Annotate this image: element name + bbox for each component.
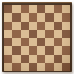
square[interactable] (45, 5, 53, 13)
square[interactable] (45, 55, 53, 63)
square[interactable] (21, 5, 29, 13)
square[interactable] (29, 55, 37, 63)
square[interactable] (37, 63, 45, 71)
square[interactable] (54, 38, 62, 46)
square[interactable] (62, 55, 70, 63)
square[interactable] (54, 13, 62, 21)
square[interactable] (37, 30, 45, 38)
square[interactable] (54, 46, 62, 54)
square[interactable] (12, 55, 20, 63)
square[interactable] (12, 46, 20, 54)
square[interactable] (29, 22, 37, 30)
square[interactable] (54, 5, 62, 13)
square[interactable] (37, 46, 45, 54)
square[interactable] (62, 30, 70, 38)
square[interactable] (29, 46, 37, 54)
square[interactable] (4, 55, 12, 63)
square[interactable] (45, 46, 53, 54)
square[interactable] (45, 22, 53, 30)
square[interactable] (37, 22, 45, 30)
square[interactable] (12, 13, 20, 21)
chessboard (4, 5, 70, 71)
square[interactable] (29, 63, 37, 71)
square[interactable] (12, 63, 20, 71)
square[interactable] (62, 22, 70, 30)
square[interactable] (29, 30, 37, 38)
square[interactable] (21, 55, 29, 63)
square[interactable] (29, 5, 37, 13)
square[interactable] (21, 46, 29, 54)
square[interactable] (4, 5, 12, 13)
square[interactable] (4, 63, 12, 71)
square[interactable] (29, 13, 37, 21)
square[interactable] (37, 13, 45, 21)
square[interactable] (62, 5, 70, 13)
square[interactable] (62, 63, 70, 71)
square[interactable] (45, 38, 53, 46)
square[interactable] (4, 13, 12, 21)
square[interactable] (12, 38, 20, 46)
square[interactable] (62, 46, 70, 54)
square[interactable] (4, 22, 12, 30)
square[interactable] (62, 38, 70, 46)
square[interactable] (54, 22, 62, 30)
square[interactable] (45, 30, 53, 38)
square[interactable] (54, 55, 62, 63)
square[interactable] (12, 5, 20, 13)
square[interactable] (37, 38, 45, 46)
square[interactable] (4, 30, 12, 38)
square[interactable] (12, 30, 20, 38)
square[interactable] (54, 30, 62, 38)
square[interactable] (62, 13, 70, 21)
square[interactable] (4, 46, 12, 54)
square[interactable] (37, 5, 45, 13)
photo-background (0, 0, 74, 74)
square[interactable] (37, 55, 45, 63)
square[interactable] (4, 38, 12, 46)
square[interactable] (21, 30, 29, 38)
square[interactable] (29, 38, 37, 46)
square[interactable] (45, 63, 53, 71)
square[interactable] (12, 22, 20, 30)
square[interactable] (21, 13, 29, 21)
square[interactable] (21, 22, 29, 30)
square[interactable] (21, 63, 29, 71)
square[interactable] (45, 13, 53, 21)
chessboard-frame (2, 2, 72, 72)
square[interactable] (54, 63, 62, 71)
square[interactable] (21, 38, 29, 46)
